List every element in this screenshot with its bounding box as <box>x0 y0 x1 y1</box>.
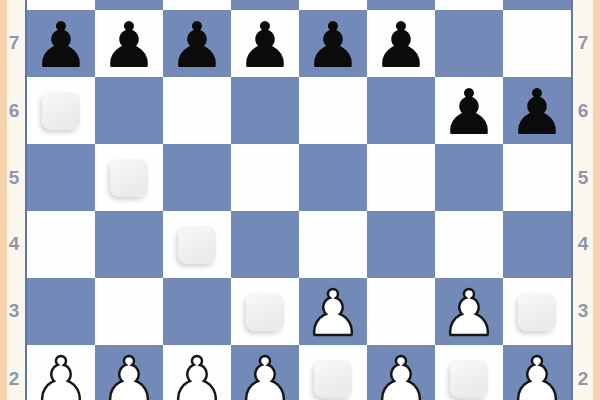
rank-label-right-2: 2 <box>572 368 594 390</box>
white-pawn[interactable]: ♟ <box>509 349 565 400</box>
legal-move-marker-c4[interactable] <box>178 226 216 264</box>
black-pawn[interactable]: ♟ <box>237 14 293 77</box>
rank-label-left-3: 3 <box>3 300 25 322</box>
square-c4[interactable] <box>163 211 231 278</box>
rank-label-right-6: 6 <box>572 100 594 122</box>
rank-label-right-5: 5 <box>572 167 594 189</box>
legal-move-marker-g2[interactable] <box>450 360 488 398</box>
rank-label-right-7: 7 <box>572 32 594 54</box>
white-pawn[interactable]: ♟ <box>441 282 497 345</box>
square-c7[interactable]: ♟ <box>163 10 231 77</box>
legal-move-marker-a6[interactable] <box>42 92 80 130</box>
square-e5[interactable] <box>299 144 367 211</box>
square-g3[interactable]: ♟ <box>435 278 503 345</box>
square-d3[interactable] <box>231 278 299 345</box>
white-pawn[interactable]: ♟ <box>169 349 225 400</box>
square-a3[interactable] <box>27 278 95 345</box>
square-h7[interactable] <box>503 10 571 77</box>
square-f3[interactable] <box>367 278 435 345</box>
black-pawn[interactable]: ♟ <box>441 81 497 144</box>
square-e2[interactable] <box>299 345 367 400</box>
square-b2[interactable]: ♟ <box>95 345 163 400</box>
square-h6[interactable]: ♟ <box>503 77 571 144</box>
white-pawn[interactable]: ♟ <box>33 349 89 400</box>
black-pawn[interactable]: ♟ <box>101 14 157 77</box>
square-a4[interactable] <box>27 211 95 278</box>
square-c5[interactable] <box>163 144 231 211</box>
square-g6[interactable]: ♟ <box>435 77 503 144</box>
black-pawn[interactable]: ♟ <box>305 14 361 77</box>
rank-label-left-6: 6 <box>3 100 25 122</box>
square-c2[interactable]: ♟ <box>163 345 231 400</box>
left-edge-strip <box>0 0 7 400</box>
square-d7[interactable]: ♟ <box>231 10 299 77</box>
square-b7[interactable]: ♟ <box>95 10 163 77</box>
square-g8[interactable] <box>435 0 503 10</box>
black-pawn[interactable]: ♟ <box>169 14 225 77</box>
chess-lesson-view: ♟♟♟♟♟♟♟♟♟♟♟♟♟♟♟♟ 7 6 5 4 3 2 7 6 5 4 3 2 <box>0 0 600 400</box>
square-e3[interactable]: ♟ <box>299 278 367 345</box>
square-f2[interactable]: ♟ <box>367 345 435 400</box>
square-d2[interactable]: ♟ <box>231 345 299 400</box>
square-f6[interactable] <box>367 77 435 144</box>
square-h2[interactable]: ♟ <box>503 345 571 400</box>
rank-label-right-4: 4 <box>572 233 594 255</box>
square-h8[interactable] <box>503 0 571 10</box>
square-h4[interactable] <box>503 211 571 278</box>
square-f5[interactable] <box>367 144 435 211</box>
square-a6[interactable] <box>27 77 95 144</box>
square-c3[interactable] <box>163 278 231 345</box>
square-c6[interactable] <box>163 77 231 144</box>
legal-move-marker-d3[interactable] <box>246 293 284 331</box>
chess-board: ♟♟♟♟♟♟♟♟♟♟♟♟♟♟♟♟ <box>27 0 571 400</box>
square-b3[interactable] <box>95 278 163 345</box>
square-d5[interactable] <box>231 144 299 211</box>
rank-label-left-5: 5 <box>3 167 25 189</box>
black-pawn[interactable]: ♟ <box>33 14 89 77</box>
legal-move-marker-b5[interactable] <box>110 159 148 197</box>
square-b4[interactable] <box>95 211 163 278</box>
square-a5[interactable] <box>27 144 95 211</box>
square-e6[interactable] <box>299 77 367 144</box>
square-g2[interactable] <box>435 345 503 400</box>
rank-label-left-4: 4 <box>3 233 25 255</box>
square-d6[interactable] <box>231 77 299 144</box>
rank-label-left-2: 2 <box>3 368 25 390</box>
square-e4[interactable] <box>299 211 367 278</box>
square-a2[interactable]: ♟ <box>27 345 95 400</box>
square-f7[interactable]: ♟ <box>367 10 435 77</box>
square-h3[interactable] <box>503 278 571 345</box>
square-d4[interactable] <box>231 211 299 278</box>
white-pawn[interactable]: ♟ <box>237 349 293 400</box>
rank-label-right-3: 3 <box>572 300 594 322</box>
black-pawn[interactable]: ♟ <box>509 81 565 144</box>
square-e7[interactable]: ♟ <box>299 10 367 77</box>
legal-move-marker-e2[interactable] <box>314 360 352 398</box>
black-pawn[interactable]: ♟ <box>373 14 429 77</box>
square-f4[interactable] <box>367 211 435 278</box>
rank-label-left-7: 7 <box>3 32 25 54</box>
square-b6[interactable] <box>95 77 163 144</box>
white-pawn[interactable]: ♟ <box>373 349 429 400</box>
square-g4[interactable] <box>435 211 503 278</box>
square-g5[interactable] <box>435 144 503 211</box>
square-a7[interactable]: ♟ <box>27 10 95 77</box>
square-b5[interactable] <box>95 144 163 211</box>
right-edge-strip <box>593 0 600 400</box>
legal-move-marker-h3[interactable] <box>518 293 556 331</box>
square-g7[interactable] <box>435 10 503 77</box>
white-pawn[interactable]: ♟ <box>305 282 361 345</box>
square-h5[interactable] <box>503 144 571 211</box>
white-pawn[interactable]: ♟ <box>101 349 157 400</box>
